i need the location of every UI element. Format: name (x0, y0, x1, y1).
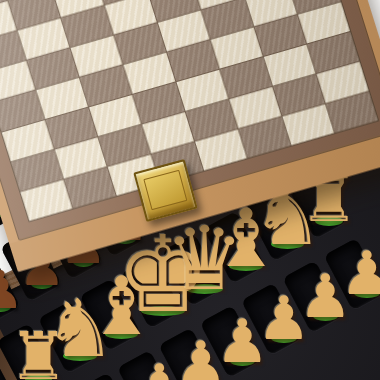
piece-light-pawn[interactable]: ♟ (337, 243, 380, 303)
clasp-plate (143, 170, 187, 210)
chess-set-photo: ♜♞♝♚♛♝♞♜♟♟♟♟♟♟♟♟♜♞♝♚♛♝♞♜♟♟♟♟♟♟♟♟ (0, 0, 380, 380)
